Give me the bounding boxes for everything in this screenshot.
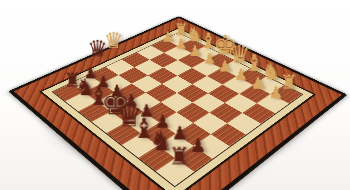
square-b1: ♞ (253, 77, 283, 94)
white-rook-piece: ♜ (278, 72, 300, 92)
white-knight-piece: ♞ (185, 25, 204, 45)
square-a3 (242, 103, 275, 123)
white-knight-piece: ♞ (261, 61, 282, 83)
white-queen-piece: ♛ (228, 42, 248, 67)
square-f8: ♝ (78, 102, 111, 122)
white-rook-piece: ♜ (172, 21, 190, 38)
chess-set-product-photo: ♜♞♝♛♚♝♞♜♟♟♟♟♟♟♟♟♟♟♟♟♟♟♟♟♜♞♝♛♚♝♞♜ ♛ ♛ (0, 0, 350, 190)
extra-black-queen-piece: ♛ (84, 36, 111, 61)
black-pawn-piece: ♟ (80, 66, 101, 81)
square-b2: ♟ (239, 85, 270, 103)
square-g3 (150, 53, 178, 68)
white-bishop-piece: ♝ (199, 30, 218, 51)
white-bishop-piece: ♝ (244, 52, 265, 75)
